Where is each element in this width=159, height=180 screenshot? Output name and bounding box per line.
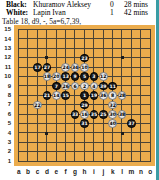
stone-c11: 17 <box>33 63 42 72</box>
row-label-13: 13 <box>0 45 11 52</box>
stone-i8: 19 <box>90 91 99 100</box>
stone-f11: 24 <box>61 63 70 72</box>
column-label-l: l <box>118 168 126 176</box>
row-label-6: 6 <box>0 111 11 118</box>
column-label-m: m <box>128 168 136 176</box>
stone-e10: 20 <box>52 72 61 81</box>
stone-k7: 32 <box>108 101 117 110</box>
row-label-8: 8 <box>0 92 11 99</box>
column-label-c: c <box>34 168 42 176</box>
stone-g6: 33 <box>71 110 80 119</box>
column-label-d: d <box>43 168 51 176</box>
stone-j8: 36 <box>99 91 108 100</box>
column-label-o: o <box>146 168 154 176</box>
game-header: Black: Khuramov Aleksey 0 28 mins White:… <box>6 1 154 17</box>
stone-e9: 7 <box>52 82 61 91</box>
stone-d8: 21 <box>43 91 52 100</box>
column-label-k: k <box>109 168 117 176</box>
stone-j9: 39 <box>99 82 108 91</box>
column-label-j: j <box>99 168 107 176</box>
row-label-3: 3 <box>0 139 11 146</box>
row-label-5: 5 <box>0 120 11 127</box>
stone-m5: 37 <box>127 119 136 128</box>
stone-h12: 23 <box>80 54 89 63</box>
renju-game-window: { "game": "renju", "header": { "black_la… <box>0 0 159 180</box>
row-label-4: 4 <box>0 130 11 137</box>
row-label-10: 10 <box>0 73 11 80</box>
stone-h10: 5 <box>80 72 89 81</box>
stone-j6: 25 <box>99 110 108 119</box>
renju-board[interactable]: 1234567891011121314151617181920212223242… <box>14 25 155 166</box>
row-label-7: 7 <box>0 101 11 108</box>
column-label-e: e <box>52 168 60 176</box>
stone-c7: 22 <box>33 101 42 110</box>
star-point-d12 <box>45 56 48 59</box>
star-point-l12 <box>121 56 124 59</box>
row-label-15: 15 <box>0 26 11 33</box>
stone-l6: 38 <box>118 110 127 119</box>
white-result: 1 <box>110 9 124 17</box>
white-player-name: Lapin Ivan <box>33 9 110 17</box>
stone-f8: 15 <box>61 91 70 100</box>
stone-g11: 34 <box>71 63 80 72</box>
window-edge-strip <box>156 0 159 180</box>
row-label-14: 14 <box>0 36 11 43</box>
column-label-a: a <box>15 168 23 176</box>
stone-i6: 35 <box>90 110 99 119</box>
stone-k6: 30 <box>108 110 117 119</box>
stone-h6: 16 <box>80 110 89 119</box>
row-label-9: 9 <box>0 83 11 90</box>
column-label-n: n <box>137 168 145 176</box>
row-label-12: 12 <box>0 54 11 61</box>
stone-k8: 8 <box>108 91 117 100</box>
stone-h11: 10 <box>80 63 89 72</box>
column-coordinate-labels: abcdefghijklmno <box>14 168 155 177</box>
row-label-1: 1 <box>0 158 11 165</box>
column-label-b: b <box>24 168 32 176</box>
column-label-f: f <box>62 168 70 176</box>
white-label: White: <box>6 9 33 17</box>
row-label-11: 11 <box>0 64 11 71</box>
stone-j10: 12 <box>99 72 108 81</box>
stone-d11: 27 <box>43 63 52 72</box>
star-point-l4 <box>121 132 124 135</box>
white-time: 42 mins <box>124 9 154 17</box>
row-label-2: 2 <box>0 148 11 155</box>
row-coordinate-labels: 151413121110987654321 <box>0 25 12 166</box>
star-point-d4 <box>45 132 48 135</box>
column-label-h: h <box>81 168 89 176</box>
stone-h8: 1 <box>80 91 89 100</box>
stone-h7: 29 <box>80 101 89 110</box>
column-label-g: g <box>71 168 79 176</box>
stone-h5: 31 <box>80 119 89 128</box>
black-player-name: Khuramov Aleksey <box>33 1 110 9</box>
column-label-i: i <box>90 168 98 176</box>
white-player-row: White: Lapin Ivan 1 42 mins <box>6 9 154 17</box>
stone-e8: 14 <box>52 91 61 100</box>
